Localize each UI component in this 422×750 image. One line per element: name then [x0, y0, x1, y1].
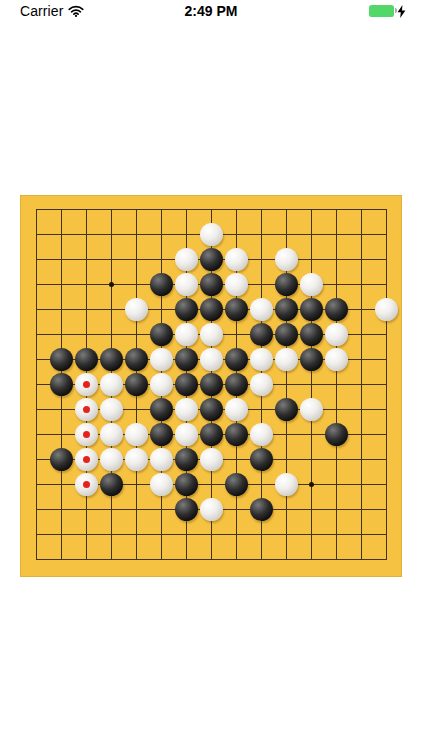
winning-stone-marker — [83, 431, 90, 438]
stone-white — [175, 248, 198, 271]
stone-white — [275, 348, 298, 371]
stone-white — [200, 448, 223, 471]
status-right — [369, 5, 406, 18]
stone-white — [225, 273, 248, 296]
stone-black — [175, 348, 198, 371]
stone-white — [250, 298, 273, 321]
stone-white — [100, 423, 123, 446]
stone-black — [275, 298, 298, 321]
stone-white — [200, 348, 223, 371]
status-left: Carrier — [20, 3, 84, 19]
stone-black — [325, 423, 348, 446]
stone-white — [225, 398, 248, 421]
stone-black — [225, 473, 248, 496]
star-point — [109, 282, 114, 287]
iphone-screen: Carrier 2:49 PM — [0, 0, 422, 750]
stone-black — [50, 348, 73, 371]
stone-black — [50, 448, 73, 471]
stone-white — [300, 398, 323, 421]
stone-black — [150, 323, 173, 346]
stone-black — [250, 323, 273, 346]
stone-white — [250, 423, 273, 446]
stone-black — [175, 473, 198, 496]
stone-white — [125, 448, 148, 471]
stone-white — [100, 448, 123, 471]
stone-white — [175, 398, 198, 421]
stone-black — [50, 373, 73, 396]
stone-black — [175, 448, 198, 471]
star-point — [309, 482, 314, 487]
stone-white — [100, 373, 123, 396]
stone-white — [175, 323, 198, 346]
charging-bolt-icon — [397, 5, 406, 18]
stone-white — [125, 423, 148, 446]
stone-white — [325, 323, 348, 346]
stone-black — [200, 298, 223, 321]
stone-black — [225, 373, 248, 396]
stone-white — [150, 473, 173, 496]
stone-white — [375, 298, 398, 321]
stone-black — [300, 298, 323, 321]
stone-black — [250, 448, 273, 471]
stone-white — [275, 473, 298, 496]
stone-black — [200, 398, 223, 421]
stone-white — [200, 498, 223, 521]
stone-black — [225, 423, 248, 446]
stone-black — [175, 298, 198, 321]
grid-line-vertical — [386, 209, 387, 560]
stone-white — [200, 223, 223, 246]
winning-stone-marker — [83, 406, 90, 413]
grid-line-vertical — [361, 209, 362, 560]
stone-black — [325, 298, 348, 321]
stone-white — [250, 373, 273, 396]
battery-icon — [369, 5, 394, 17]
stone-black — [200, 423, 223, 446]
stone-black — [175, 373, 198, 396]
stone-white — [325, 348, 348, 371]
stone-black — [225, 348, 248, 371]
wifi-icon — [68, 5, 84, 17]
winning-stone-marker — [83, 456, 90, 463]
stone-white — [175, 273, 198, 296]
stone-black — [200, 248, 223, 271]
stone-white — [275, 248, 298, 271]
stone-white — [175, 423, 198, 446]
stone-white — [150, 348, 173, 371]
grid-line-horizontal — [36, 559, 388, 560]
stone-black — [300, 348, 323, 371]
winning-stone-marker — [83, 481, 90, 488]
stone-black — [100, 473, 123, 496]
stone-white — [200, 323, 223, 346]
stone-black — [150, 273, 173, 296]
stone-black — [100, 348, 123, 371]
stone-black — [175, 498, 198, 521]
grid-line-horizontal — [36, 534, 388, 535]
stone-white — [100, 398, 123, 421]
stone-white — [125, 298, 148, 321]
stone-white — [150, 448, 173, 471]
stone-black — [275, 273, 298, 296]
winning-stone-marker — [83, 381, 90, 388]
goban-board[interactable] — [20, 195, 402, 577]
stone-black — [300, 323, 323, 346]
stone-white — [250, 348, 273, 371]
clock: 2:49 PM — [185, 3, 238, 19]
stone-white — [225, 248, 248, 271]
stone-black — [275, 398, 298, 421]
stone-black — [200, 373, 223, 396]
stone-black — [250, 498, 273, 521]
stone-black — [225, 298, 248, 321]
carrier-label: Carrier — [20, 3, 63, 19]
stone-black — [125, 373, 148, 396]
stone-black — [200, 273, 223, 296]
stone-black — [125, 348, 148, 371]
grid-line-vertical — [311, 209, 312, 560]
status-bar: Carrier 2:49 PM — [0, 0, 422, 22]
stone-black — [275, 323, 298, 346]
stone-black — [150, 423, 173, 446]
grid-line-vertical — [336, 209, 337, 560]
stone-black — [150, 398, 173, 421]
stone-black — [75, 348, 98, 371]
stone-white — [150, 373, 173, 396]
stone-white — [300, 273, 323, 296]
